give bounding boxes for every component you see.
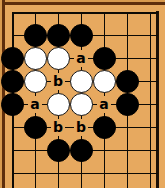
board-intersection[interactable] [70, 1, 93, 24]
board-intersection[interactable] [1, 47, 24, 70]
black-stone [47, 24, 70, 47]
board-intersection[interactable] [116, 162, 139, 185]
intersection-grid: abaabb [1, 1, 162, 185]
board-intersection[interactable] [93, 116, 116, 139]
white-stone [47, 47, 70, 70]
board-intersection[interactable]: a [93, 93, 116, 116]
board-intersection[interactable] [24, 47, 47, 70]
white-stone [47, 93, 70, 116]
board-intersection[interactable] [1, 116, 24, 139]
black-stone [1, 70, 24, 93]
white-stone [70, 93, 93, 116]
black-stone [24, 24, 47, 47]
board-intersection[interactable] [70, 24, 93, 47]
white-stone [24, 70, 47, 93]
board-intersection[interactable] [70, 139, 93, 162]
board-intersection[interactable] [139, 139, 162, 162]
white-stone [93, 70, 116, 93]
black-stone [70, 139, 93, 162]
black-stone [47, 139, 70, 162]
board-intersection[interactable]: a [24, 93, 47, 116]
board-intersection[interactable]: b [47, 116, 70, 139]
black-stone [93, 47, 116, 70]
black-stone [116, 93, 139, 116]
board-intersection[interactable] [47, 1, 70, 24]
board-intersection[interactable] [47, 162, 70, 185]
board-intersection[interactable] [47, 139, 70, 162]
board-intersection[interactable] [116, 70, 139, 93]
board-intersection[interactable] [116, 93, 139, 116]
point-label: b [51, 119, 65, 136]
board-intersection[interactable] [139, 93, 162, 116]
point-label: a [97, 96, 111, 113]
black-stone [24, 116, 47, 139]
board-intersection[interactable] [70, 162, 93, 185]
board-intersection[interactable] [93, 162, 116, 185]
board-intersection[interactable] [139, 162, 162, 185]
board-intersection[interactable] [1, 1, 24, 24]
board-intersection[interactable] [24, 24, 47, 47]
black-stone [1, 47, 24, 70]
board-intersection[interactable] [93, 139, 116, 162]
board-intersection[interactable] [93, 1, 116, 24]
board-intersection[interactable] [24, 116, 47, 139]
board-intersection[interactable] [116, 139, 139, 162]
white-stone [24, 47, 47, 70]
board-intersection[interactable] [70, 70, 93, 93]
point-label: a [28, 96, 42, 113]
board-intersection[interactable] [24, 70, 47, 93]
black-stone [1, 93, 24, 116]
board-intersection[interactable] [47, 93, 70, 116]
board-intersection[interactable] [24, 1, 47, 24]
point-label: a [74, 50, 88, 67]
board-intersection[interactable]: b [70, 116, 93, 139]
board-intersection[interactable] [1, 93, 24, 116]
black-stone [116, 70, 139, 93]
board-intersection[interactable] [47, 47, 70, 70]
black-stone [70, 24, 93, 47]
board-intersection[interactable] [93, 47, 116, 70]
board-intersection[interactable] [93, 24, 116, 47]
board-intersection[interactable] [139, 116, 162, 139]
point-label: b [74, 119, 88, 136]
board-intersection[interactable] [116, 24, 139, 47]
point-label: b [51, 73, 65, 90]
board-intersection[interactable] [47, 24, 70, 47]
board-intersection[interactable] [116, 47, 139, 70]
board-intersection[interactable] [24, 139, 47, 162]
board-intersection[interactable] [139, 24, 162, 47]
board-intersection[interactable] [116, 116, 139, 139]
board-intersection[interactable] [139, 47, 162, 70]
board-intersection[interactable] [139, 1, 162, 24]
board-intersection[interactable] [1, 162, 24, 185]
board-intersection[interactable] [1, 24, 24, 47]
board-intersection[interactable] [139, 70, 162, 93]
go-board: abaabb [0, 0, 165, 188]
board-intersection[interactable]: b [47, 70, 70, 93]
board-intersection[interactable]: a [70, 47, 93, 70]
board-intersection[interactable] [1, 70, 24, 93]
black-stone [93, 116, 116, 139]
board-intersection[interactable] [1, 139, 24, 162]
white-stone [70, 70, 93, 93]
board-intersection[interactable] [24, 162, 47, 185]
board-intersection[interactable] [116, 1, 139, 24]
board-intersection[interactable] [93, 70, 116, 93]
board-intersection[interactable] [70, 93, 93, 116]
